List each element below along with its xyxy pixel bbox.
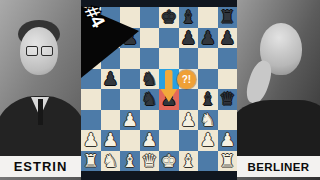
piece-black-pawn: ♟	[179, 28, 199, 49]
square-f6	[179, 48, 199, 69]
square-g3: ♞	[198, 110, 218, 131]
piece-black-pawn: ♟	[198, 28, 218, 49]
square-f7: ♟	[179, 28, 199, 49]
piece-white-pawn: ♟	[179, 110, 199, 131]
square-h6	[218, 48, 238, 69]
square-f1: ♝	[179, 151, 199, 172]
square-f3: ♟	[179, 110, 199, 131]
dubious-move-badge-text: ?!	[182, 74, 191, 85]
square-e1: ♚	[159, 151, 179, 172]
estrin-tie	[38, 99, 43, 125]
square-a4	[81, 89, 101, 110]
square-g1	[198, 151, 218, 172]
piece-black-rook: ♜	[218, 7, 238, 28]
square-g5	[198, 69, 218, 90]
square-d8	[140, 7, 160, 28]
piece-black-queen: ♛	[218, 89, 238, 110]
glasses-icon	[26, 46, 53, 55]
square-d2: ♟	[140, 130, 160, 151]
berliner-body	[237, 100, 320, 162]
square-g6	[198, 48, 218, 69]
black-player-name: BERLINER	[248, 161, 310, 173]
square-e4: ♟	[159, 89, 179, 110]
dubious-move-badge: ?!	[177, 70, 196, 89]
square-b1: ♞	[101, 151, 121, 172]
piece-white-rook: ♜	[81, 151, 101, 172]
piece-black-knight: ♞	[140, 89, 160, 110]
square-a3	[81, 110, 101, 131]
square-d5: ♞	[140, 69, 160, 90]
square-g8	[198, 7, 218, 28]
square-d3	[140, 110, 160, 131]
square-b3	[101, 110, 121, 131]
player-banner-white: ESTRIN	[0, 156, 81, 177]
square-a2: ♟	[81, 130, 101, 151]
square-e2	[159, 130, 179, 151]
square-f2	[179, 130, 199, 151]
square-b5: ♟	[101, 69, 121, 90]
square-c1: ♝	[120, 151, 140, 172]
piece-white-bishop: ♝	[120, 151, 140, 172]
square-g4: ♝	[198, 89, 218, 110]
piece-black-bishop: ♝	[179, 7, 199, 28]
piece-black-bishop: ♝	[198, 89, 218, 110]
player-banner-black: BERLINER	[237, 156, 320, 177]
square-d4: ♞	[140, 89, 160, 110]
square-h3	[218, 110, 238, 131]
square-e8: ♚	[159, 7, 179, 28]
piece-black-pawn: ♟	[101, 69, 121, 90]
square-d7	[140, 28, 160, 49]
square-d1: ♛	[140, 151, 160, 172]
piece-white-rook: ♜	[218, 151, 238, 172]
square-g7: ♟	[198, 28, 218, 49]
photo-estrin	[0, 0, 81, 180]
white-player-name: ESTRIN	[14, 159, 68, 174]
square-g2: ♟	[198, 130, 218, 151]
piece-white-king: ♚	[159, 151, 179, 172]
piece-black-king: ♚	[159, 7, 179, 28]
video-thumbnail: ♜♚♝♜♟♟♟♟♟♟♞♞♟♝♛♟♟♞♟♟♟♟♟♜♞♝♛♚♝♜ ?! #4 EST…	[0, 0, 320, 180]
square-a1: ♜	[81, 151, 101, 172]
square-h7: ♟	[218, 28, 238, 49]
piece-white-pawn: ♟	[120, 110, 140, 131]
piece-white-pawn: ♟	[101, 130, 121, 151]
square-h1: ♜	[218, 151, 238, 172]
square-b2: ♟	[101, 130, 121, 151]
square-h8: ♜	[218, 7, 238, 28]
berliner-hand	[243, 58, 276, 106]
square-e5	[159, 69, 179, 90]
piece-white-pawn: ♟	[81, 130, 101, 151]
piece-white-pawn: ♟	[140, 130, 160, 151]
square-b4	[101, 89, 121, 110]
square-h2: ♟	[218, 130, 238, 151]
piece-white-knight: ♞	[198, 110, 218, 131]
square-c6	[120, 48, 140, 69]
square-h4: ♛	[218, 89, 238, 110]
piece-black-knight: ♞	[140, 69, 160, 90]
piece-white-pawn: ♟	[218, 130, 238, 151]
square-e3	[159, 110, 179, 131]
square-c2	[120, 130, 140, 151]
piece-white-pawn: ♟	[198, 130, 218, 151]
piece-white-bishop: ♝	[179, 151, 199, 172]
square-c3: ♟	[120, 110, 140, 131]
photo-berliner	[237, 0, 320, 180]
square-c4	[120, 89, 140, 110]
square-c5	[120, 69, 140, 90]
piece-white-knight: ♞	[101, 151, 121, 172]
square-e6	[159, 48, 179, 69]
square-e7	[159, 28, 179, 49]
square-f8: ♝	[179, 7, 199, 28]
piece-black-pawn: ♟	[218, 28, 238, 49]
piece-white-queen: ♛	[140, 151, 160, 172]
square-d6	[140, 48, 160, 69]
board-area: ♜♚♝♜♟♟♟♟♟♟♞♞♟♝♛♟♟♞♟♟♟♟♟♜♞♝♛♚♝♜ ?! #4	[81, 0, 237, 180]
square-f4	[179, 89, 199, 110]
piece-black-pawn: ♟	[159, 89, 179, 110]
square-h5	[218, 69, 238, 90]
